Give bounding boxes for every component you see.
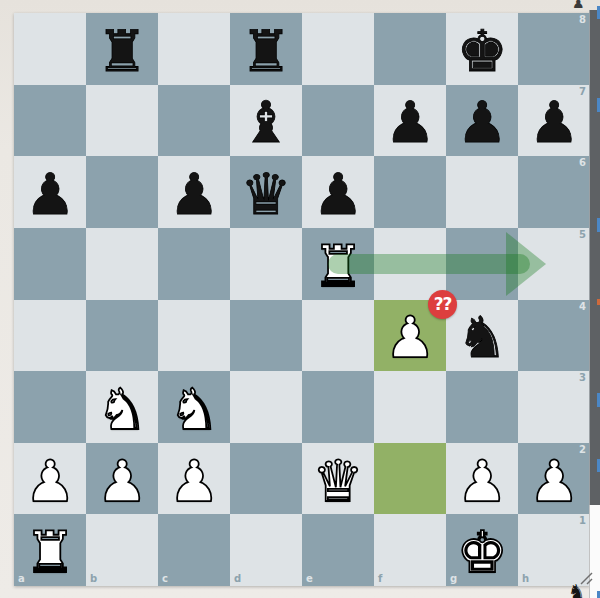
square-g6[interactable] — [446, 156, 518, 228]
square-e2[interactable]: ♛ — [302, 443, 374, 515]
square-b5[interactable] — [86, 228, 158, 300]
square-a6[interactable]: ♟ — [14, 156, 86, 228]
square-d3[interactable] — [230, 371, 302, 443]
scrollbar-thumb[interactable] — [589, 10, 600, 507]
square-d5[interactable] — [230, 228, 302, 300]
black-pawn[interactable]: ♟ — [446, 85, 518, 157]
square-d8[interactable]: ♜ — [230, 13, 302, 85]
square-a1[interactable]: ♜a — [14, 514, 86, 586]
square-a4[interactable] — [14, 300, 86, 372]
square-c2[interactable]: ♟ — [158, 443, 230, 515]
square-c6[interactable]: ♟ — [158, 156, 230, 228]
square-b7[interactable] — [86, 85, 158, 157]
square-b8[interactable]: ♜ — [86, 13, 158, 85]
square-e4[interactable] — [302, 300, 374, 372]
coord-file-f: f — [378, 574, 382, 584]
black-pawn[interactable]: ♟ — [374, 85, 446, 157]
square-d6[interactable]: ♛ — [230, 156, 302, 228]
square-f6[interactable] — [374, 156, 446, 228]
coord-rank-6: 6 — [579, 158, 586, 168]
square-a5[interactable] — [14, 228, 86, 300]
square-g2[interactable]: ♟ — [446, 443, 518, 515]
black-pawn[interactable]: ♟ — [158, 156, 230, 228]
blunder-symbol: ?? — [434, 296, 452, 313]
square-h8[interactable]: 8 — [518, 13, 590, 85]
white-knight[interactable]: ♞ — [158, 371, 230, 443]
white-pawn[interactable]: ♟ — [446, 443, 518, 515]
square-h3[interactable]: 3 — [518, 371, 590, 443]
square-b1[interactable]: b — [86, 514, 158, 586]
spare-pawn-icon: ♟ — [572, 0, 585, 10]
square-e7[interactable] — [302, 85, 374, 157]
square-e3[interactable] — [302, 371, 374, 443]
square-e1[interactable]: e — [302, 514, 374, 586]
white-knight[interactable]: ♞ — [86, 371, 158, 443]
black-bishop[interactable]: ♝ — [230, 85, 302, 157]
square-c7[interactable] — [158, 85, 230, 157]
square-c1[interactable]: c — [158, 514, 230, 586]
square-h7[interactable]: ♟7 — [518, 85, 590, 157]
analysis-board-view: ♜♜♚8♝♟♟♟7♟♟♛♟6♜5♟♞4♞♞3♟♟♟♛♟♟2♜abcdef♚g1h… — [0, 0, 600, 598]
square-e5[interactable]: ♜ — [302, 228, 374, 300]
square-f5[interactable] — [374, 228, 446, 300]
square-g4[interactable]: ♞ — [446, 300, 518, 372]
black-rook[interactable]: ♜ — [230, 13, 302, 85]
white-queen[interactable]: ♛ — [302, 443, 374, 515]
coord-rank-5: 5 — [579, 230, 586, 240]
coord-file-e: e — [306, 574, 313, 584]
blunder-badge: ?? — [428, 290, 457, 319]
square-h2[interactable]: ♟2 — [518, 443, 590, 515]
square-c4[interactable] — [158, 300, 230, 372]
square-f3[interactable] — [374, 371, 446, 443]
black-queen[interactable]: ♛ — [230, 156, 302, 228]
square-d4[interactable] — [230, 300, 302, 372]
square-g7[interactable]: ♟ — [446, 85, 518, 157]
square-h5[interactable]: 5 — [518, 228, 590, 300]
coord-file-c: c — [162, 574, 168, 584]
square-c8[interactable] — [158, 13, 230, 85]
white-pawn[interactable]: ♟ — [14, 443, 86, 515]
square-c5[interactable] — [158, 228, 230, 300]
square-e6[interactable]: ♟ — [302, 156, 374, 228]
square-f2[interactable] — [374, 443, 446, 515]
white-pawn[interactable]: ♟ — [518, 443, 590, 515]
square-d1[interactable]: d — [230, 514, 302, 586]
square-b6[interactable] — [86, 156, 158, 228]
square-f1[interactable]: f — [374, 514, 446, 586]
square-b3[interactable]: ♞ — [86, 371, 158, 443]
coord-rank-1: 1 — [579, 516, 586, 526]
square-d7[interactable]: ♝ — [230, 85, 302, 157]
chess-board: ♜♜♚8♝♟♟♟7♟♟♛♟6♜5♟♞4♞♞3♟♟♟♛♟♟2♜abcdef♚g1h — [14, 13, 590, 586]
square-b4[interactable] — [86, 300, 158, 372]
white-king[interactable]: ♚ — [446, 514, 518, 586]
coord-file-d: d — [234, 574, 241, 584]
coord-file-b: b — [90, 574, 97, 584]
coord-rank-3: 3 — [579, 373, 586, 383]
coord-file-h: h — [522, 574, 529, 584]
square-a8[interactable] — [14, 13, 86, 85]
knight-cursor-icon: ♞ — [568, 582, 585, 598]
white-rook[interactable]: ♜ — [14, 514, 86, 586]
square-g8[interactable]: ♚ — [446, 13, 518, 85]
square-d2[interactable] — [230, 443, 302, 515]
square-f8[interactable] — [374, 13, 446, 85]
white-pawn[interactable]: ♟ — [86, 443, 158, 515]
square-g1[interactable]: ♚g — [446, 514, 518, 586]
square-g5[interactable] — [446, 228, 518, 300]
square-g3[interactable] — [446, 371, 518, 443]
black-rook[interactable]: ♜ — [86, 13, 158, 85]
square-f7[interactable]: ♟ — [374, 85, 446, 157]
black-knight[interactable]: ♞ — [446, 300, 518, 372]
black-pawn[interactable]: ♟ — [302, 156, 374, 228]
square-b2[interactable]: ♟ — [86, 443, 158, 515]
square-c3[interactable]: ♞ — [158, 371, 230, 443]
square-e8[interactable] — [302, 13, 374, 85]
square-a7[interactable] — [14, 85, 86, 157]
white-rook[interactable]: ♜ — [302, 228, 374, 300]
square-a2[interactable]: ♟ — [14, 443, 86, 515]
square-a3[interactable] — [14, 371, 86, 443]
coord-rank-8: 8 — [579, 15, 586, 25]
white-pawn[interactable]: ♟ — [158, 443, 230, 515]
coord-rank-4: 4 — [579, 302, 586, 312]
black-pawn[interactable]: ♟ — [14, 156, 86, 228]
square-h6[interactable]: 6 — [518, 156, 590, 228]
black-king[interactable]: ♚ — [446, 13, 518, 85]
black-pawn[interactable]: ♟ — [518, 85, 590, 157]
square-h4[interactable]: 4 — [518, 300, 590, 372]
